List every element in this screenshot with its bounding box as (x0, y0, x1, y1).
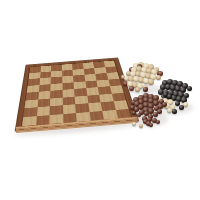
game-piece (137, 113, 141, 117)
game-piece (129, 86, 134, 91)
game-piece (153, 112, 158, 117)
game-piece (179, 105, 184, 110)
game-piece (132, 122, 136, 126)
game-piece (172, 109, 177, 114)
game-piece (148, 79, 154, 85)
game-piece (167, 108, 172, 113)
game-piece (135, 87, 140, 92)
game-piece (187, 86, 192, 91)
game-piece (139, 124, 143, 128)
game-piece (132, 111, 136, 115)
game-piece (143, 87, 148, 92)
product-photo (0, 0, 200, 200)
game-piece (167, 94, 172, 99)
piece-piles (0, 0, 200, 200)
game-piece (156, 75, 161, 80)
game-piece (156, 120, 160, 124)
game-piece (149, 123, 153, 127)
